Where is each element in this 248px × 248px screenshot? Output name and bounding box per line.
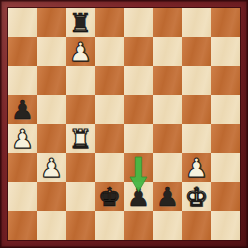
square-e2[interactable]: ♟ [124, 182, 153, 211]
white-pawn-a4[interactable]: ♟ [11, 126, 34, 152]
square-g8[interactable] [182, 8, 211, 37]
white-pawn-c7[interactable]: ♟ [69, 39, 92, 65]
square-e4[interactable] [124, 124, 153, 153]
square-f8[interactable] [153, 8, 182, 37]
square-f1[interactable] [153, 211, 182, 240]
square-b4[interactable] [37, 124, 66, 153]
square-h8[interactable] [211, 8, 240, 37]
square-a6[interactable] [8, 66, 37, 95]
square-c7[interactable]: ♟ [66, 37, 95, 66]
black-pawn-e2[interactable]: ♟ [127, 184, 150, 210]
square-c1[interactable] [66, 211, 95, 240]
square-h4[interactable] [211, 124, 240, 153]
square-g4[interactable] [182, 124, 211, 153]
square-b3[interactable]: ♟ [37, 153, 66, 182]
square-e1[interactable] [124, 211, 153, 240]
square-a2[interactable] [8, 182, 37, 211]
square-c6[interactable] [66, 66, 95, 95]
square-f4[interactable] [153, 124, 182, 153]
square-d3[interactable] [95, 153, 124, 182]
square-h1[interactable] [211, 211, 240, 240]
square-a1[interactable] [8, 211, 37, 240]
square-c5[interactable] [66, 95, 95, 124]
square-e8[interactable] [124, 8, 153, 37]
square-e3[interactable] [124, 153, 153, 182]
square-c8[interactable]: ♜ [66, 8, 95, 37]
square-f3[interactable] [153, 153, 182, 182]
square-h7[interactable] [211, 37, 240, 66]
square-d6[interactable] [95, 66, 124, 95]
square-g3[interactable]: ♟ [182, 153, 211, 182]
black-pawn-f2[interactable]: ♟ [156, 184, 179, 210]
square-c3[interactable] [66, 153, 95, 182]
square-a4[interactable]: ♟ [8, 124, 37, 153]
square-g2[interactable]: ♚ [182, 182, 211, 211]
square-e7[interactable] [124, 37, 153, 66]
white-pawn-g3[interactable]: ♟ [185, 155, 208, 181]
square-d4[interactable] [95, 124, 124, 153]
square-b5[interactable] [37, 95, 66, 124]
square-h5[interactable] [211, 95, 240, 124]
square-c4[interactable]: ♜ [66, 124, 95, 153]
white-king-g2[interactable]: ♚ [185, 184, 208, 210]
square-d8[interactable] [95, 8, 124, 37]
square-b2[interactable] [37, 182, 66, 211]
square-f5[interactable] [153, 95, 182, 124]
square-f2[interactable]: ♟ [153, 182, 182, 211]
square-e5[interactable] [124, 95, 153, 124]
board-frame: ♜♟♟♟♜♟♟♚♟♟♚ [0, 0, 248, 248]
square-h6[interactable] [211, 66, 240, 95]
square-d1[interactable] [95, 211, 124, 240]
square-d2[interactable]: ♚ [95, 182, 124, 211]
square-g7[interactable] [182, 37, 211, 66]
square-b1[interactable] [37, 211, 66, 240]
square-g5[interactable] [182, 95, 211, 124]
square-a8[interactable] [8, 8, 37, 37]
square-b6[interactable] [37, 66, 66, 95]
black-pawn-a5[interactable]: ♟ [11, 97, 34, 123]
square-a7[interactable] [8, 37, 37, 66]
square-c2[interactable] [66, 182, 95, 211]
black-rook-c8[interactable]: ♜ [69, 10, 92, 36]
chess-board: ♜♟♟♟♜♟♟♚♟♟♚ [8, 8, 240, 240]
white-pawn-b3[interactable]: ♟ [40, 155, 63, 181]
square-g1[interactable] [182, 211, 211, 240]
square-f7[interactable] [153, 37, 182, 66]
square-f6[interactable] [153, 66, 182, 95]
square-b8[interactable] [37, 8, 66, 37]
square-d7[interactable] [95, 37, 124, 66]
black-king-d2[interactable]: ♚ [98, 184, 121, 210]
square-d5[interactable] [95, 95, 124, 124]
square-h3[interactable] [211, 153, 240, 182]
square-e6[interactable] [124, 66, 153, 95]
white-rook-c4[interactable]: ♜ [69, 126, 92, 152]
square-g6[interactable] [182, 66, 211, 95]
square-b7[interactable] [37, 37, 66, 66]
square-a5[interactable]: ♟ [8, 95, 37, 124]
square-h2[interactable] [211, 182, 240, 211]
square-a3[interactable] [8, 153, 37, 182]
